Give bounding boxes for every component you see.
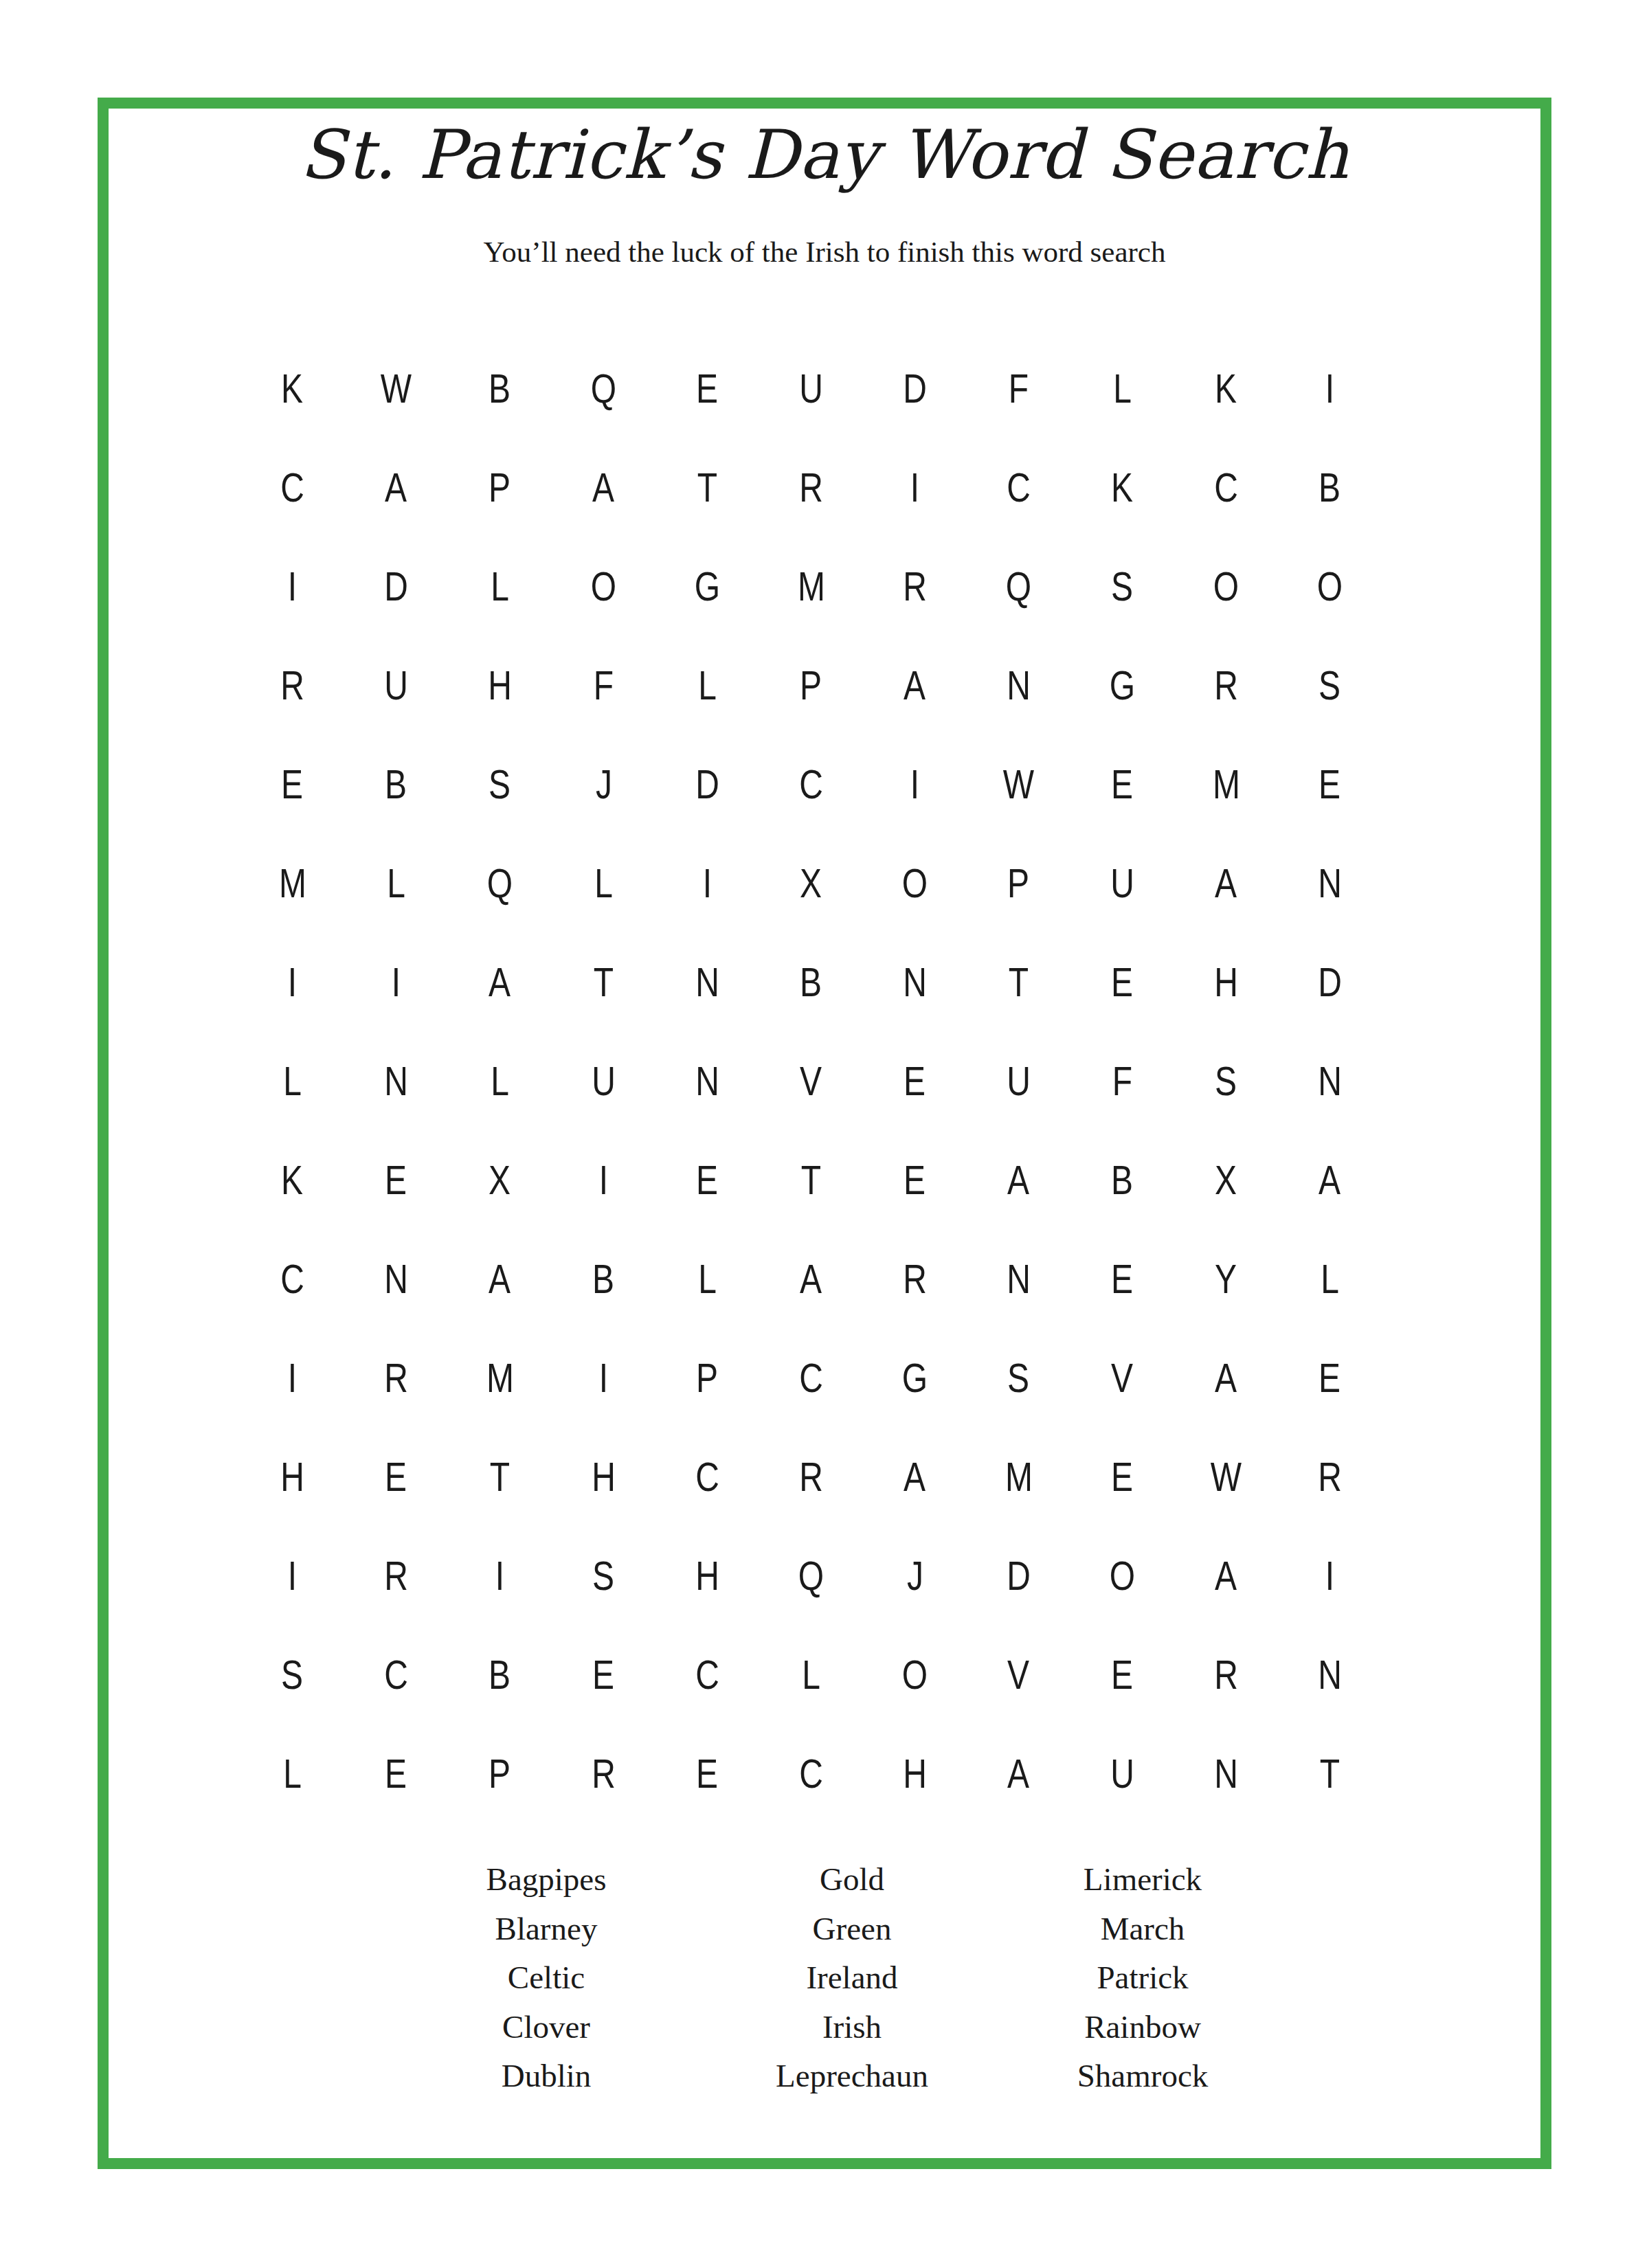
grid-cell-r13c7: J [863,1526,967,1625]
grid-letter: H [488,662,512,709]
grid-cell-r12c7: A [863,1427,967,1526]
grid-letter: E [1111,1453,1133,1501]
grid-letter: K [1111,464,1133,511]
grid-letter: L [387,860,405,907]
grid-letter: D [384,563,408,610]
grid-letter: M [278,860,306,907]
grid-letter: L [698,1255,717,1303]
grid-cell-r4c10: R [1174,636,1278,734]
grid-cell-r7c1: I [240,932,344,1031]
grid-cell-r1c7: D [863,339,967,438]
word-item: March [1077,1905,1209,1954]
grid-letter: U [1110,1750,1134,1797]
grid-cell-r6c1: M [240,833,344,932]
grid-letter: P [1007,860,1029,907]
word-item: Limerick [1077,1855,1209,1905]
grid-letter: U [1110,860,1134,907]
grid-letter: I [495,1552,504,1599]
grid-letter: T [1009,958,1029,1006]
grid-cell-r15c3: P [448,1724,552,1823]
grid-letter: G [902,1354,928,1402]
grid-letter: U [384,662,408,709]
grid-cell-r13c8: D [967,1526,1070,1625]
grid-cell-r1c6: U [759,339,863,438]
grid-cell-r15c6: C [759,1724,863,1823]
grid-cell-r2c8: C [967,438,1070,537]
grid-letter: A [1007,1750,1029,1797]
grid-letter: R [799,1453,823,1501]
grid-letter: D [695,761,719,808]
grid-cell-r1c9: L [1070,339,1174,438]
grid-letter: Q [487,860,513,907]
grid-cell-r14c10: R [1174,1625,1278,1724]
grid-letter: R [799,464,823,511]
grid-cell-r9c2: E [344,1130,448,1229]
grid-cell-r7c7: N [863,932,967,1031]
grid-cell-r10c2: N [344,1229,448,1328]
grid-letter: L [802,1651,820,1698]
grid-letter: N [1318,1057,1342,1105]
grid-letter: H [903,1750,927,1797]
grid-cell-r15c1: L [240,1724,344,1823]
word-item: Green [776,1905,928,1954]
grid-letter: O [1317,563,1343,610]
grid-letter: J [907,1552,923,1599]
grid-cell-r5c1: E [240,734,344,833]
grid-letter: P [696,1354,718,1402]
grid-letter: A [904,662,926,709]
grid-letter: D [1007,1552,1031,1599]
grid-cell-r2c4: A [552,438,655,537]
grid-letter: N [1318,860,1342,907]
grid-letter: X [489,1156,511,1204]
grid-letter: R [1214,662,1238,709]
grid-letter: M [1005,1453,1032,1501]
grid-cell-r15c7: H [863,1724,967,1823]
grid-cell-r11c2: R [344,1328,448,1427]
word-item: Leprechaun [776,2052,928,2101]
grid-cell-r7c10: H [1174,932,1278,1031]
grid-cell-r9c11: A [1278,1130,1382,1229]
grid-cell-r2c3: P [448,438,552,537]
grid-cell-r4c1: R [240,636,344,734]
grid-letter: E [1111,1651,1133,1698]
grid-cell-r6c3: Q [448,833,552,932]
word-item: Celtic [486,1953,607,2003]
grid-letter: E [1111,958,1133,1006]
grid-letter: B [1111,1156,1133,1204]
grid-cell-r9c4: I [552,1130,655,1229]
grid-letter: M [1212,761,1239,808]
grid-letter: E [904,1156,926,1204]
grid-cell-r6c7: O [863,833,967,932]
grid-cell-r14c6: L [759,1625,863,1724]
grid-letter: K [1215,365,1237,412]
grid-cell-r9c7: E [863,1130,967,1229]
grid-letter: N [695,958,719,1006]
grid-cell-r1c4: Q [552,339,655,438]
grid-cell-r6c8: P [967,833,1070,932]
grid-cell-r5c4: J [552,734,655,833]
grid-letter: O [1213,563,1239,610]
grid-cell-r7c6: B [759,932,863,1031]
grid-cell-r15c4: R [552,1724,655,1823]
grid-letter: N [1007,1255,1031,1303]
grid-letter: P [800,662,822,709]
grid-letter: Q [1006,563,1031,610]
grid-cell-r3c1: I [240,537,344,636]
grid-letter: Y [1215,1255,1237,1303]
grid-cell-r8c2: N [344,1031,448,1130]
grid-letter: N [1214,1750,1238,1797]
grid-letter: E [385,1453,407,1501]
grid-letter: V [1007,1651,1029,1698]
grid-letter: S [1215,1057,1237,1105]
grid-letter: A [800,1255,822,1303]
grid-letter: C [695,1651,719,1698]
grid-letter: I [392,958,401,1006]
grid-letter: B [489,365,511,412]
grid-letter: S [1007,1354,1029,1402]
grid-cell-r11c4: I [552,1328,655,1427]
grid-cell-r10c7: R [863,1229,967,1328]
grid-letter: C [799,761,823,808]
grid-letter: S [281,1651,303,1698]
grid-cell-r5c8: W [967,734,1070,833]
grid-letter: A [1007,1156,1029,1204]
grid-cell-r13c10: A [1174,1526,1278,1625]
grid-cell-r8c10: S [1174,1031,1278,1130]
grid-letter: E [1319,761,1340,808]
word-item: Bagpipes [486,1855,607,1905]
grid-cell-r3c5: G [655,537,759,636]
grid-letter: X [800,860,822,907]
grid-cell-r14c8: V [967,1625,1070,1724]
grid-cell-r11c5: P [655,1328,759,1427]
grid-cell-r4c2: U [344,636,448,734]
grid-letter: G [695,563,720,610]
grid-letter: L [491,563,509,610]
grid-cell-r3c10: O [1174,537,1278,636]
grid-cell-r12c9: E [1070,1427,1174,1526]
grid-cell-r2c6: R [759,438,863,537]
grid-letter: A [592,464,614,511]
grid-letter: A [489,1255,511,1303]
grid-cell-r12c8: M [967,1427,1070,1526]
grid-letter: I [1325,365,1334,412]
word-search-grid: KWBQEUDFLKICAPATRICKCBIDLOGMRQSOORUHFLPA… [240,339,1382,1823]
grid-cell-r7c9: E [1070,932,1174,1031]
grid-letter: N [384,1255,408,1303]
grid-cell-r12c4: H [552,1427,655,1526]
grid-cell-r11c11: E [1278,1328,1382,1427]
grid-letter: L [698,662,717,709]
grid-cell-r1c10: K [1174,339,1278,438]
grid-letter: U [799,365,823,412]
grid-letter: R [1214,1651,1238,1698]
grid-cell-r5c11: E [1278,734,1382,833]
grid-cell-r3c2: D [344,537,448,636]
grid-letter: A [1215,860,1237,907]
grid-cell-r3c4: O [552,537,655,636]
word-list-column-2: GoldGreenIrelandIrishLeprechaun [776,1855,928,2101]
grid-letter: G [1110,662,1135,709]
grid-cell-r1c2: W [344,339,448,438]
grid-letter: L [283,1057,302,1105]
grid-cell-r14c2: C [344,1625,448,1724]
grid-letter: K [281,1156,303,1204]
grid-letter: R [1318,1453,1342,1501]
grid-cell-r1c5: E [655,339,759,438]
grid-letter: E [696,365,718,412]
grid-cell-r8c9: F [1070,1031,1174,1130]
grid-letter: B [385,761,407,808]
grid-cell-r7c11: D [1278,932,1382,1031]
grid-cell-r4c4: F [552,636,655,734]
grid-cell-r4c3: H [448,636,552,734]
grid-letter: I [703,860,712,907]
grid-cell-r11c3: M [448,1328,552,1427]
grid-letter: F [1009,365,1029,412]
grid-letter: F [1112,1057,1132,1105]
grid-letter: N [1007,662,1031,709]
grid-letter: H [280,1453,304,1501]
grid-letter: R [384,1552,408,1599]
grid-cell-r6c5: I [655,833,759,932]
grid-cell-r4c6: P [759,636,863,734]
grid-letter: E [1319,1354,1340,1402]
grid-cell-r2c1: C [240,438,344,537]
grid-cell-r7c2: I [344,932,448,1031]
grid-letter: C [1007,464,1031,511]
grid-cell-r10c1: C [240,1229,344,1328]
word-item: Irish [776,2003,928,2052]
grid-letter: B [592,1255,614,1303]
grid-letter: M [797,563,824,610]
grid-cell-r2c7: I [863,438,967,537]
grid-letter: L [594,860,613,907]
grid-cell-r4c11: S [1278,636,1382,734]
grid-letter: F [594,662,614,709]
grid-cell-r13c9: O [1070,1526,1174,1625]
grid-cell-r1c11: I [1278,339,1382,438]
grid-letter: I [288,563,297,610]
word-item: Patrick [1077,1953,1209,2003]
grid-cell-r11c6: C [759,1328,863,1427]
grid-letter: T [1320,1750,1340,1797]
grid-cell-r6c2: L [344,833,448,932]
grid-cell-r1c1: K [240,339,344,438]
grid-letter: P [489,464,511,511]
word-item: Dublin [486,2052,607,2101]
grid-letter: D [903,365,927,412]
grid-cell-r4c7: A [863,636,967,734]
grid-cell-r13c11: I [1278,1526,1382,1625]
grid-letter: C [799,1750,823,1797]
grid-cell-r6c6: X [759,833,863,932]
grid-cell-r8c8: U [967,1031,1070,1130]
grid-cell-r7c4: T [552,932,655,1031]
grid-cell-r14c3: B [448,1625,552,1724]
grid-letter: A [1215,1354,1237,1402]
grid-cell-r3c9: S [1070,537,1174,636]
grid-letter: N [384,1057,408,1105]
grid-letter: L [1113,365,1132,412]
grid-cell-r4c5: L [655,636,759,734]
grid-cell-r7c5: N [655,932,759,1031]
grid-letter: T [801,1156,821,1204]
grid-cell-r2c9: K [1070,438,1174,537]
word-list: BagpipesBlarneyCelticCloverDublinGoldGre… [0,1855,1649,2144]
grid-cell-r8c5: N [655,1031,759,1130]
grid-letter: O [591,563,616,610]
grid-letter: A [489,958,511,1006]
grid-cell-r15c2: E [344,1724,448,1823]
grid-letter: I [599,1354,608,1402]
grid-cell-r10c8: N [967,1229,1070,1328]
grid-cell-r4c8: N [967,636,1070,734]
grid-cell-r15c11: T [1278,1724,1382,1823]
word-item: Clover [486,2003,607,2052]
grid-letter: Q [798,1552,824,1599]
grid-cell-r8c1: L [240,1031,344,1130]
grid-cell-r6c4: L [552,833,655,932]
grid-letter: C [384,1651,408,1698]
grid-cell-r12c3: T [448,1427,552,1526]
grid-cell-r10c3: A [448,1229,552,1328]
grid-cell-r10c6: A [759,1229,863,1328]
grid-cell-r8c11: N [1278,1031,1382,1130]
grid-cell-r7c8: T [967,932,1070,1031]
grid-letter: W [1211,1453,1242,1501]
grid-cell-r9c9: B [1070,1130,1174,1229]
grid-letter: W [1003,761,1034,808]
grid-letter: H [592,1453,616,1501]
grid-letter: E [696,1156,718,1204]
word-item: Ireland [776,1953,928,2003]
grid-letter: S [1319,662,1340,709]
grid-cell-r13c2: R [344,1526,448,1625]
grid-letter: C [280,464,304,511]
grid-letter: T [490,1453,510,1501]
grid-letter: R [592,1750,616,1797]
grid-cell-r9c1: K [240,1130,344,1229]
grid-letter: P [489,1750,511,1797]
grid-cell-r5c3: S [448,734,552,833]
grid-letter: S [489,761,511,808]
grid-letter: C [695,1453,719,1501]
grid-letter: U [1007,1057,1031,1105]
grid-letter: C [1214,464,1238,511]
grid-cell-r15c9: U [1070,1724,1174,1823]
grid-letter: R [903,1255,927,1303]
grid-cell-r10c5: L [655,1229,759,1328]
grid-letter: C [280,1255,304,1303]
grid-cell-r14c7: O [863,1625,967,1724]
grid-letter: A [904,1453,926,1501]
grid-letter: N [695,1057,719,1105]
grid-cell-r8c6: V [759,1031,863,1130]
grid-letter: J [596,761,612,808]
grid-cell-r9c8: A [967,1130,1070,1229]
word-item: Rainbow [1077,2003,1209,2052]
grid-letter: E [696,1750,718,1797]
grid-letter: B [1319,464,1340,511]
grid-cell-r9c3: X [448,1130,552,1229]
grid-cell-r13c5: H [655,1526,759,1625]
grid-letter: H [695,1552,719,1599]
grid-letter: A [1319,1156,1340,1204]
grid-letter: I [1325,1552,1334,1599]
grid-cell-r13c3: I [448,1526,552,1625]
grid-cell-r9c5: E [655,1130,759,1229]
grid-letter: I [599,1156,608,1204]
grid-letter: R [903,563,927,610]
word-search-page: St. Patrick’s Day Word Search You’ll nee… [0,0,1649,2268]
grid-cell-r12c2: E [344,1427,448,1526]
grid-cell-r11c1: I [240,1328,344,1427]
grid-cell-r3c7: R [863,537,967,636]
grid-cell-r14c4: E [552,1625,655,1724]
grid-cell-r3c11: O [1278,537,1382,636]
word-item: Shamrock [1077,2052,1209,2101]
grid-letter: R [384,1354,408,1402]
grid-cell-r12c6: R [759,1427,863,1526]
grid-cell-r8c7: E [863,1031,967,1130]
grid-letter: I [910,464,919,511]
grid-cell-r8c4: U [552,1031,655,1130]
grid-letter: L [283,1750,302,1797]
grid-letter: X [1215,1156,1237,1204]
grid-cell-r7c3: A [448,932,552,1031]
grid-letter: O [902,1651,928,1698]
grid-cell-r15c10: N [1174,1724,1278,1823]
grid-cell-r14c9: E [1070,1625,1174,1724]
grid-cell-r11c10: A [1174,1328,1278,1427]
grid-letter: B [489,1651,511,1698]
grid-letter: I [288,958,297,1006]
grid-cell-r14c11: N [1278,1625,1382,1724]
grid-letter: R [280,662,304,709]
grid-letter: V [800,1057,822,1105]
grid-cell-r2c5: T [655,438,759,537]
word-list-column-3: LimerickMarchPatrickRainbowShamrock [1077,1855,1209,2101]
grid-cell-r1c3: B [448,339,552,438]
grid-letter: E [1111,761,1133,808]
grid-letter: E [592,1651,614,1698]
grid-cell-r12c1: H [240,1427,344,1526]
grid-cell-r13c6: Q [759,1526,863,1625]
word-list-column-1: BagpipesBlarneyCelticCloverDublin [486,1855,607,2101]
grid-cell-r15c8: A [967,1724,1070,1823]
grid-letter: S [592,1552,614,1599]
grid-cell-r13c1: I [240,1526,344,1625]
grid-cell-r10c4: B [552,1229,655,1328]
grid-letter: E [281,761,303,808]
grid-cell-r11c9: V [1070,1328,1174,1427]
grid-cell-r14c5: C [655,1625,759,1724]
grid-letter: L [1321,1255,1339,1303]
grid-cell-r3c8: Q [967,537,1070,636]
grid-cell-r2c10: C [1174,438,1278,537]
grid-letter: L [491,1057,509,1105]
grid-letter: N [903,958,927,1006]
grid-cell-r11c7: G [863,1328,967,1427]
puzzle-subtitle: You’ll need the luck of the Irish to fin… [0,235,1649,269]
grid-letter: A [385,464,407,511]
grid-letter: E [904,1057,926,1105]
grid-cell-r9c10: X [1174,1130,1278,1229]
